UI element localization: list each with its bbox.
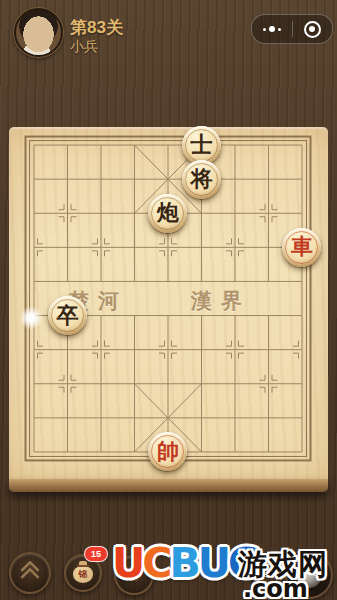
intersection-2-4[interactable] bbox=[84, 264, 118, 298]
watermark-brand: U C B U G bbox=[112, 543, 259, 584]
intersection-2-1[interactable] bbox=[84, 162, 118, 196]
bag-count-badge: 15 bbox=[84, 546, 108, 562]
intersection-3-5[interactable] bbox=[118, 298, 152, 332]
intersection-8-8[interactable] bbox=[285, 401, 319, 435]
intersection-3-9[interactable] bbox=[118, 435, 152, 469]
intersection-3-1[interactable] bbox=[118, 162, 152, 196]
sparkle-effect bbox=[19, 306, 43, 330]
intersection-5-4[interactable] bbox=[185, 264, 219, 298]
miniprogram-capsule bbox=[251, 14, 333, 44]
intersection-5-6[interactable] bbox=[185, 333, 219, 367]
intersection-8-2[interactable] bbox=[285, 196, 319, 230]
intersection-3-4[interactable] bbox=[118, 264, 152, 298]
piece-black-soldier[interactable]: 卒 bbox=[48, 296, 87, 335]
piece-glyph: 卒 bbox=[56, 304, 78, 326]
intersection-0-2[interactable] bbox=[17, 196, 51, 230]
watermark-letter: C bbox=[142, 543, 169, 584]
intersection-4-8[interactable] bbox=[151, 401, 185, 435]
watermark: U C B U G 游戏网 .com bbox=[110, 542, 337, 600]
intersection-1-4[interactable] bbox=[51, 264, 85, 298]
intersection-8-4[interactable] bbox=[285, 264, 319, 298]
intersection-2-5[interactable] bbox=[84, 298, 118, 332]
intersection-6-1[interactable] bbox=[218, 162, 252, 196]
intersection-5-2[interactable] bbox=[185, 196, 219, 230]
intersection-1-1[interactable] bbox=[51, 162, 85, 196]
intersection-3-8[interactable] bbox=[118, 401, 152, 435]
intersection-6-2[interactable] bbox=[218, 196, 252, 230]
intersection-0-1[interactable] bbox=[17, 162, 51, 196]
board-front-edge bbox=[9, 479, 328, 492]
intersection-6-6[interactable] bbox=[218, 333, 252, 367]
intersection-1-8[interactable] bbox=[51, 401, 85, 435]
intersection-6-7[interactable] bbox=[218, 367, 252, 401]
intersection-5-7[interactable] bbox=[185, 367, 219, 401]
intersection-6-8[interactable] bbox=[218, 401, 252, 435]
intersection-1-2[interactable] bbox=[51, 196, 85, 230]
piece-black-cannon[interactable]: 炮 bbox=[148, 194, 187, 233]
watermark-letter: B bbox=[169, 543, 197, 584]
intersection-3-7[interactable] bbox=[118, 367, 152, 401]
intersection-2-7[interactable] bbox=[84, 367, 118, 401]
intersection-6-9[interactable] bbox=[218, 435, 252, 469]
intersection-0-0[interactable] bbox=[17, 128, 51, 162]
intersection-8-7[interactable] bbox=[285, 367, 319, 401]
intersection-8-0[interactable] bbox=[285, 128, 319, 162]
ellipsis-icon bbox=[263, 26, 281, 32]
intersection-2-6[interactable] bbox=[84, 333, 118, 367]
intersection-8-6[interactable] bbox=[285, 333, 319, 367]
rank-label: 小兵 bbox=[70, 38, 98, 56]
intersection-7-9[interactable] bbox=[252, 435, 286, 469]
watermark-letter: U bbox=[198, 543, 228, 584]
intersection-8-9[interactable] bbox=[285, 435, 319, 469]
intersection-8-5[interactable] bbox=[285, 298, 319, 332]
piece-black-advisor[interactable]: 士 bbox=[182, 126, 221, 165]
close-minimize-button[interactable] bbox=[293, 15, 333, 43]
expand-menu-button[interactable] bbox=[9, 552, 51, 594]
intersection-1-6[interactable] bbox=[51, 333, 85, 367]
intersection-8-1[interactable] bbox=[285, 162, 319, 196]
intersection-6-0[interactable] bbox=[218, 128, 252, 162]
piece-glyph: 帥 bbox=[157, 440, 179, 462]
intersection-7-4[interactable] bbox=[252, 264, 286, 298]
intersection-7-6[interactable] bbox=[252, 333, 286, 367]
intersection-5-8[interactable] bbox=[185, 401, 219, 435]
level-title: 第83关 bbox=[70, 16, 123, 39]
intersection-6-5[interactable] bbox=[218, 298, 252, 332]
intersection-0-6[interactable] bbox=[17, 333, 51, 367]
watermark-letter: U bbox=[112, 543, 142, 584]
intersection-4-5[interactable] bbox=[151, 298, 185, 332]
intersection-0-7[interactable] bbox=[17, 367, 51, 401]
intersection-7-3[interactable] bbox=[252, 230, 286, 264]
circle-dot-icon bbox=[304, 21, 321, 38]
intersection-3-6[interactable] bbox=[118, 333, 152, 367]
intersection-2-3[interactable] bbox=[84, 230, 118, 264]
watermark-domain: .com bbox=[243, 575, 308, 600]
intersection-0-8[interactable] bbox=[17, 401, 51, 435]
intersection-7-7[interactable] bbox=[252, 367, 286, 401]
intersection-4-4[interactable] bbox=[151, 264, 185, 298]
intersection-4-6[interactable] bbox=[151, 333, 185, 367]
piece-black-general[interactable]: 将 bbox=[182, 160, 221, 199]
intersection-5-5[interactable] bbox=[185, 298, 219, 332]
intersection-1-3[interactable] bbox=[51, 230, 85, 264]
intersection-6-4[interactable] bbox=[218, 264, 252, 298]
intersection-0-4[interactable] bbox=[17, 264, 51, 298]
intersection-6-3[interactable] bbox=[218, 230, 252, 264]
piece-glyph: 車 bbox=[291, 235, 313, 257]
intersection-1-7[interactable] bbox=[51, 367, 85, 401]
game-screen: 第83关 小兵 楚河 漢界 士将炮車卒帥 锦 15 ☝ U C B U bbox=[0, 0, 337, 600]
piece-glyph: 将 bbox=[190, 167, 212, 189]
intersection-4-3[interactable] bbox=[151, 230, 185, 264]
intersection-2-9[interactable] bbox=[84, 435, 118, 469]
piece-glyph: 士 bbox=[190, 133, 212, 155]
intersection-4-1[interactable] bbox=[151, 162, 185, 196]
more-button[interactable] bbox=[252, 15, 292, 43]
intersection-7-0[interactable] bbox=[252, 128, 286, 162]
intersection-0-3[interactable] bbox=[17, 230, 51, 264]
intersection-3-3[interactable] bbox=[118, 230, 152, 264]
intersection-1-9[interactable] bbox=[51, 435, 85, 469]
piece-glyph: 炮 bbox=[157, 201, 179, 223]
intersection-0-9[interactable] bbox=[17, 435, 51, 469]
intersection-7-2[interactable] bbox=[252, 196, 286, 230]
intersection-2-8[interactable] bbox=[84, 401, 118, 435]
intersection-7-8[interactable] bbox=[252, 401, 286, 435]
intersection-5-9[interactable] bbox=[185, 435, 219, 469]
intersection-4-7[interactable] bbox=[151, 367, 185, 401]
intersection-7-1[interactable] bbox=[252, 162, 286, 196]
intersection-4-0[interactable] bbox=[151, 128, 185, 162]
intersection-2-0[interactable] bbox=[84, 128, 118, 162]
intersection-3-0[interactable] bbox=[118, 128, 152, 162]
intersection-5-3[interactable] bbox=[185, 230, 219, 264]
intersection-2-2[interactable] bbox=[84, 196, 118, 230]
intersection-3-2[interactable] bbox=[118, 196, 152, 230]
intersection-7-5[interactable] bbox=[252, 298, 286, 332]
piece-red-chariot[interactable]: 車 bbox=[282, 228, 321, 267]
intersection-1-0[interactable] bbox=[51, 128, 85, 162]
player-avatar[interactable] bbox=[14, 8, 63, 57]
brocade-bag-icon: 锦 bbox=[73, 566, 93, 583]
